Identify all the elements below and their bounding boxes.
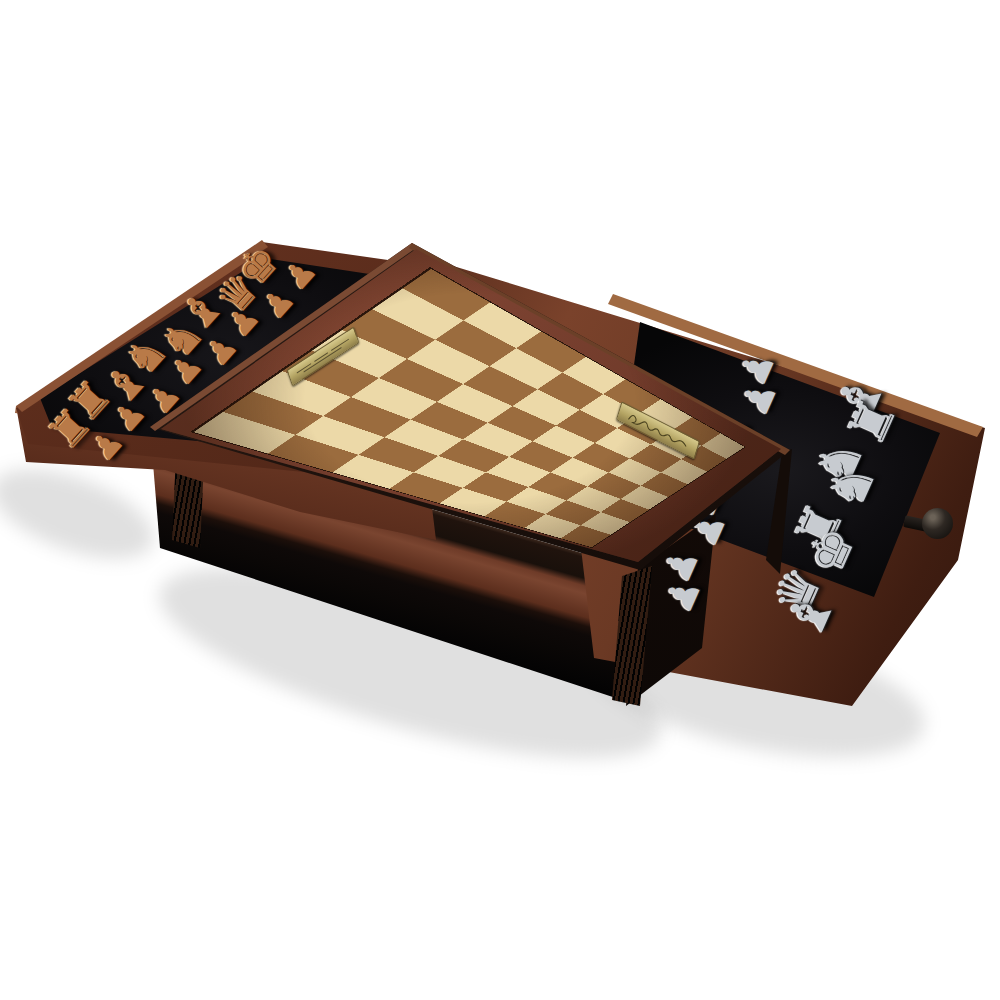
drawer-knob[interactable] <box>922 508 953 539</box>
chess-set-photo: ♚♛♝♞♞♝♜♜♟♟♟♟♟♟♟♟♟♟♟♟♟♟♟♟♝♜♞♞♜♚♛♝ <box>0 0 1000 1000</box>
chess-piece-bishop[interactable]: ♝ <box>777 583 843 647</box>
chess-piece-pawn[interactable]: ♟ <box>659 572 708 619</box>
chess-piece-pawn[interactable]: ♟ <box>735 375 784 422</box>
